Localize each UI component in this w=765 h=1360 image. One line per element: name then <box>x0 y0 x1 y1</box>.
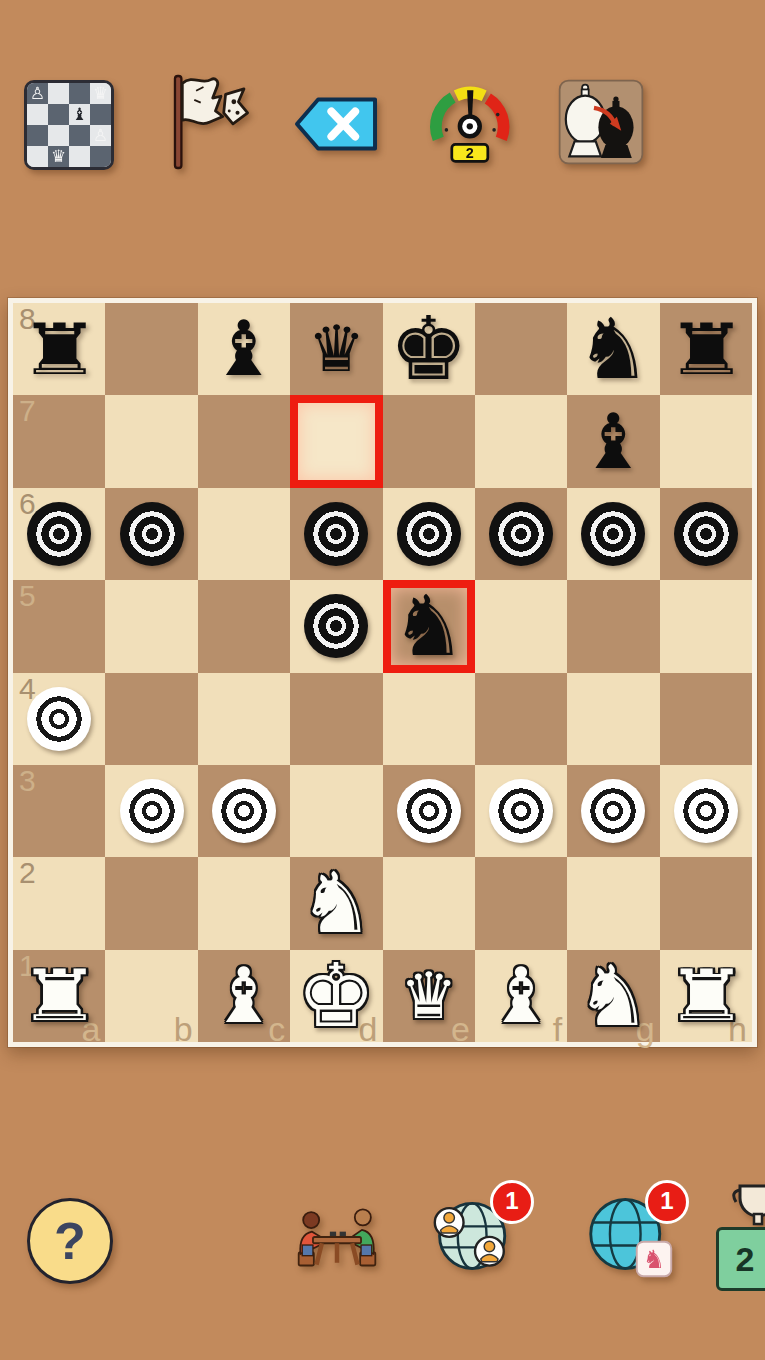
white-khon-bishop-c1[interactable]: ♝ <box>210 958 278 1034</box>
white-knight-g1[interactable]: ♞ <box>576 954 651 1038</box>
mini-board-cell <box>27 104 48 125</box>
square-g8[interactable]: ♞ <box>567 303 659 395</box>
switch-sides-icon <box>557 78 645 166</box>
mini-board-cell <box>69 146 90 167</box>
square-h2[interactable] <box>660 857 752 949</box>
square-f8[interactable] <box>475 303 567 395</box>
square-d2[interactable]: ♞ <box>290 857 382 949</box>
rank-label-5: 5 <box>19 581 36 611</box>
online-players-badge: 1 <box>490 1180 534 1224</box>
board-frame: 8♜♝♛♚♞♜7♝65♞432♞1a♜bc♝d♚e♛f♝g♞h♜ <box>8 298 757 1047</box>
square-g2[interactable] <box>567 857 659 949</box>
square-c4[interactable] <box>198 673 290 765</box>
white-rook-boat-h1[interactable]: ♜ <box>664 961 747 1032</box>
square-h4[interactable] <box>660 673 752 765</box>
mini-board-cell <box>48 83 69 104</box>
black-bia-pawn-g6[interactable] <box>581 502 645 566</box>
square-g4[interactable] <box>567 673 659 765</box>
square-c5[interactable] <box>198 580 290 672</box>
square-c7[interactable] <box>198 395 290 487</box>
difficulty-button[interactable]: 2 <box>423 74 513 169</box>
white-khon-bishop-f1[interactable]: ♝ <box>487 958 555 1034</box>
square-e8[interactable]: ♚ <box>383 303 475 395</box>
new-game-button[interactable]: ♙♛♝♙♛ <box>24 80 114 170</box>
square-e6[interactable] <box>383 488 475 580</box>
square-d5[interactable] <box>290 580 382 672</box>
difficulty-level-value: 2 <box>466 145 474 161</box>
square-c6[interactable] <box>198 488 290 580</box>
ranking-level-value: 2 <box>736 1240 755 1279</box>
help-icon: ? <box>27 1198 113 1284</box>
white-bia-pawn-a4[interactable] <box>27 687 91 751</box>
square-b7[interactable] <box>105 395 197 487</box>
ranking-trophy-button[interactable] <box>730 1182 765 1231</box>
square-f4[interactable] <box>475 673 567 765</box>
black-bia-pawn-f6[interactable] <box>489 502 553 566</box>
square-f1[interactable]: f♝ <box>475 950 567 1042</box>
online-games-badge: 1 <box>645 1180 689 1224</box>
undo-move-icon <box>293 94 379 154</box>
difficulty-gauge-icon: 2 <box>423 74 513 166</box>
square-d8[interactable]: ♛ <box>290 303 382 395</box>
square-f3[interactable] <box>475 765 567 857</box>
square-g7[interactable]: ♝ <box>567 395 659 487</box>
black-knight-e5[interactable]: ♞ <box>391 584 466 668</box>
black-khun-king-e8[interactable]: ♚ <box>389 305 468 393</box>
mini-board-cell: ♛ <box>48 146 69 167</box>
mini-chess-glyph: ♞ <box>643 1246 665 1275</box>
rank-label-2: 2 <box>19 858 36 888</box>
mini-board-cell: ♝ <box>69 104 90 125</box>
mini-board-cell <box>27 146 48 167</box>
square-f5[interactable] <box>475 580 567 672</box>
square-d6[interactable] <box>290 488 382 580</box>
square-f6[interactable] <box>475 488 567 580</box>
square-a3[interactable]: 3 <box>13 765 105 857</box>
square-c2[interactable] <box>198 857 290 949</box>
square-b6[interactable] <box>105 488 197 580</box>
square-f2[interactable] <box>475 857 567 949</box>
black-bia-pawn-e6[interactable] <box>397 502 461 566</box>
square-d3[interactable] <box>290 765 382 857</box>
square-b1[interactable]: b <box>105 950 197 1042</box>
ranking-level-box[interactable]: 2 <box>716 1227 765 1291</box>
mini-board-cell: ♙ <box>27 83 48 104</box>
white-met-queen-e1[interactable]: ♛ <box>400 964 457 1028</box>
file-label-b: b <box>174 1012 193 1046</box>
square-a7[interactable]: 7 <box>13 395 105 487</box>
help-glyph: ? <box>54 1215 86 1267</box>
black-khon-bishop-c8[interactable]: ♝ <box>210 311 278 387</box>
square-h6[interactable] <box>660 488 752 580</box>
trophy-icon <box>730 1182 765 1228</box>
square-d4[interactable] <box>290 673 382 765</box>
black-bia-pawn-b6[interactable] <box>120 502 184 566</box>
makruk-board: 8♜♝♛♚♞♜7♝65♞432♞1a♜bc♝d♚e♛f♝g♞h♜ <box>13 303 752 1042</box>
square-e2[interactable] <box>383 857 475 949</box>
resign-button[interactable] <box>163 70 255 177</box>
square-e4[interactable] <box>383 673 475 765</box>
rank-label-7: 7 <box>19 396 36 426</box>
mini-board-cell <box>69 83 90 104</box>
white-bia-pawn-h3[interactable] <box>674 779 738 843</box>
white-bia-pawn-e3[interactable] <box>397 779 461 843</box>
square-b2[interactable] <box>105 857 197 949</box>
square-h3[interactable] <box>660 765 752 857</box>
square-d7[interactable] <box>290 395 382 487</box>
black-knight-g8[interactable]: ♞ <box>576 307 651 391</box>
black-khon-bishop-g7[interactable]: ♝ <box>579 404 647 480</box>
white-khun-king-d1[interactable]: ♚ <box>297 952 376 1040</box>
black-rook-boat-a8[interactable]: ♜ <box>18 314 101 385</box>
online-games-container: ♞ 1 <box>583 1180 689 1280</box>
square-g6[interactable] <box>567 488 659 580</box>
square-g5[interactable] <box>567 580 659 672</box>
black-bia-pawn-d5[interactable] <box>304 594 368 658</box>
app-screen: { "app": {"background": "#c28a5c", "type… <box>0 0 765 1360</box>
online-players-container: 1 <box>428 1180 534 1280</box>
help-button[interactable]: ? <box>27 1198 113 1284</box>
black-rook-boat-h8[interactable]: ♜ <box>664 314 747 385</box>
black-bia-pawn-a6[interactable] <box>27 502 91 566</box>
square-a6[interactable]: 6 <box>13 488 105 580</box>
square-e3[interactable] <box>383 765 475 857</box>
white-bia-pawn-c3[interactable] <box>212 779 276 843</box>
mini-board-cell <box>48 125 69 146</box>
square-a1[interactable]: 1a♜ <box>13 950 105 1042</box>
square-b4[interactable] <box>105 673 197 765</box>
square-a2[interactable]: 2 <box>13 857 105 949</box>
mini-board-cell <box>48 104 69 125</box>
square-a4[interactable]: 4 <box>13 673 105 765</box>
square-c3[interactable] <box>198 765 290 857</box>
mini-board-cell <box>27 125 48 146</box>
square-c1[interactable]: c♝ <box>198 950 290 1042</box>
square-h7[interactable] <box>660 395 752 487</box>
square-f7[interactable] <box>475 395 567 487</box>
square-b8[interactable] <box>105 303 197 395</box>
two-players-table-icon <box>288 1200 386 1274</box>
square-e7[interactable] <box>383 395 475 487</box>
square-e5[interactable]: ♞ <box>383 580 475 672</box>
mini-board-cell <box>69 125 90 146</box>
square-h5[interactable] <box>660 580 752 672</box>
undo-move-button[interactable] <box>293 94 379 157</box>
mini-board-cell <box>90 146 111 167</box>
mini-board-cell: ♛ <box>90 83 111 104</box>
square-g1[interactable]: g♞ <box>567 950 659 1042</box>
square-a5[interactable]: 5 <box>13 580 105 672</box>
new-game-board-icon: ♙♛♝♙♛ <box>24 80 114 170</box>
square-e1[interactable]: e♛ <box>383 950 475 1042</box>
black-bia-pawn-h6[interactable] <box>674 502 738 566</box>
square-c8[interactable]: ♝ <box>198 303 290 395</box>
rank-label-3: 3 <box>19 766 36 796</box>
mini-board-cell: ♙ <box>90 125 111 146</box>
white-bia-pawn-b3[interactable] <box>120 779 184 843</box>
white-rook-boat-a1[interactable]: ♜ <box>18 961 101 1032</box>
square-d1[interactable]: d♚ <box>290 950 382 1042</box>
square-b3[interactable] <box>105 765 197 857</box>
square-h1[interactable]: h♜ <box>660 950 752 1042</box>
white-bia-pawn-g3[interactable] <box>581 779 645 843</box>
white-knight-d2[interactable]: ♞ <box>299 861 374 945</box>
white-bia-pawn-f3[interactable] <box>489 779 553 843</box>
square-h8[interactable]: ♜ <box>660 303 752 395</box>
mini-board-cell <box>90 104 111 125</box>
black-met-queen-d8[interactable]: ♛ <box>308 317 365 381</box>
square-a8[interactable]: 8♜ <box>13 303 105 395</box>
switch-sides-button[interactable] <box>557 78 645 169</box>
local-two-player-button[interactable] <box>288 1200 386 1277</box>
square-g3[interactable] <box>567 765 659 857</box>
square-b5[interactable] <box>105 580 197 672</box>
black-bia-pawn-d6[interactable] <box>304 502 368 566</box>
resign-flag-icon <box>163 70 255 174</box>
